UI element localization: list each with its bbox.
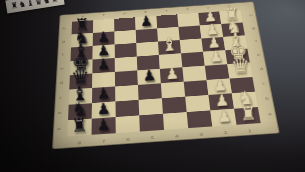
square-a7[interactable]: ♟ bbox=[92, 117, 116, 135]
white-bishop[interactable]: ♝ bbox=[160, 35, 178, 54]
square-b4[interactable] bbox=[162, 97, 187, 114]
black-pawn[interactable]: ♟ bbox=[139, 14, 152, 29]
coordinate-label: d bbox=[59, 76, 63, 91]
chess-board: 87654321 87654321 hgfedcba hgfedcba ♜♟♟♜… bbox=[53, 2, 278, 148]
white-pawn[interactable]: ♟ bbox=[208, 49, 222, 65]
coordinate-label: e bbox=[60, 62, 64, 76]
square-c3[interactable] bbox=[184, 80, 209, 97]
square-a4[interactable] bbox=[163, 112, 188, 130]
white-queen[interactable]: ♛ bbox=[230, 56, 250, 78]
square-b5[interactable] bbox=[139, 98, 163, 115]
black-rook[interactable]: ♜ bbox=[70, 115, 88, 135]
square-e3[interactable] bbox=[181, 52, 205, 67]
square-a8[interactable]: ♜ bbox=[67, 119, 91, 137]
coordinate-label: 7 bbox=[93, 13, 114, 17]
box-lid-piece-icons: ♜♞♝♛♞♜ bbox=[10, 0, 60, 11]
square-d3[interactable] bbox=[182, 66, 206, 82]
coordinate-label: 6 bbox=[116, 137, 140, 142]
coordinate-label: b bbox=[58, 105, 62, 121]
left-edge-coordinates: hgfedcba bbox=[57, 22, 66, 137]
square-b3[interactable] bbox=[185, 95, 210, 112]
square-e2[interactable]: ♟ bbox=[203, 50, 227, 65]
coordinate-label: e bbox=[256, 48, 262, 62]
coordinate-label: 6 bbox=[114, 12, 135, 16]
square-b6[interactable] bbox=[115, 100, 139, 117]
square-d6[interactable] bbox=[115, 70, 138, 86]
coordinate-label: 8 bbox=[67, 141, 91, 146]
white-pawn[interactable]: ♟ bbox=[216, 109, 231, 126]
coordinate-label: f bbox=[253, 35, 259, 49]
square-a1[interactable]: ♜ bbox=[234, 107, 261, 125]
board-grid: ♜♟♟♜♞♟♟♞♝♟♝♟♝♚♟♟♚♛♟♟♛♝♟♟♞♟♟♞♜♟♟♜ bbox=[67, 10, 260, 137]
white-pawn[interactable]: ♟ bbox=[165, 66, 179, 82]
square-a2[interactable]: ♟ bbox=[210, 109, 236, 127]
coordinate-label: 5 bbox=[140, 135, 165, 140]
square-c5[interactable] bbox=[138, 83, 162, 100]
table-background: ♜♞♝♛♞♜ 87654321 87654321 hgfedcba hgfedc… bbox=[0, 0, 305, 172]
square-f3[interactable] bbox=[180, 38, 203, 53]
square-a5[interactable] bbox=[139, 114, 164, 132]
square-a3[interactable] bbox=[187, 110, 213, 128]
square-d1[interactable]: ♛ bbox=[227, 63, 252, 79]
black-pawn[interactable]: ♟ bbox=[96, 57, 110, 73]
square-c6[interactable] bbox=[115, 85, 139, 102]
coordinate-label: 7 bbox=[91, 139, 115, 144]
coordinate-label: c bbox=[59, 90, 63, 105]
square-c4[interactable] bbox=[161, 82, 185, 99]
square-d5[interactable]: ♟ bbox=[137, 69, 160, 85]
coordinate-label: 1 bbox=[237, 129, 262, 134]
coordinate-label: a bbox=[267, 106, 273, 122]
coordinate-label: d bbox=[258, 62, 264, 77]
white-rook[interactable]: ♜ bbox=[239, 104, 257, 124]
square-a6[interactable] bbox=[116, 115, 140, 133]
coordinate-label: b bbox=[264, 91, 270, 107]
chess-set-box-lid: ♜♞♝♛♞♜ bbox=[5, 0, 64, 13]
board-border: 87654321 87654321 hgfedcba hgfedcba ♜♟♟♜… bbox=[53, 2, 278, 148]
coordinate-label: 3 bbox=[189, 132, 214, 137]
coordinate-label: c bbox=[261, 76, 267, 91]
coordinate-label: h bbox=[248, 9, 253, 22]
coordinate-label: g bbox=[251, 22, 256, 35]
square-e7[interactable]: ♟ bbox=[92, 58, 114, 74]
black-pawn[interactable]: ♟ bbox=[95, 117, 110, 134]
coordinate-label: 3 bbox=[177, 8, 198, 12]
coordinate-label: 4 bbox=[156, 9, 177, 13]
coordinate-label: f bbox=[61, 48, 65, 62]
coordinate-label: g bbox=[62, 35, 66, 48]
coordinate-label: 4 bbox=[164, 134, 189, 139]
coordinate-label: h bbox=[62, 22, 66, 35]
black-pawn[interactable]: ♟ bbox=[142, 68, 156, 84]
square-f4[interactable]: ♝ bbox=[158, 40, 181, 55]
coordinate-label: 2 bbox=[213, 130, 238, 135]
coordinate-label: a bbox=[57, 121, 61, 137]
